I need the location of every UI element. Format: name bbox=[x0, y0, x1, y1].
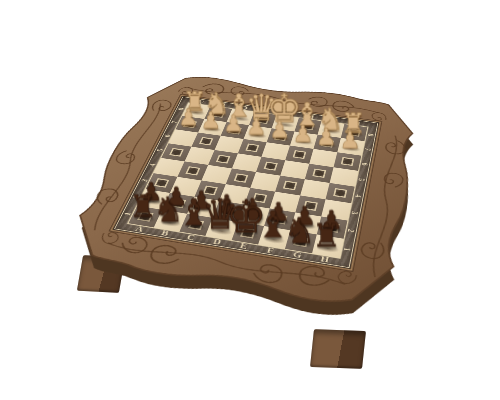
piece-black-rook-h1: ♜ bbox=[300, 220, 353, 252]
chess-table-scene: AABBCCDDEEFFGGHH1122334455667788 ♜♞♝♛♚♝♞… bbox=[0, 0, 500, 400]
square-inlay bbox=[264, 162, 278, 171]
square-inlay bbox=[169, 148, 184, 157]
product-photo-stage: AABBCCDDEEFFGGHH1122334455667788 ♜♞♝♛♚♝♞… bbox=[0, 0, 500, 400]
square-inlay bbox=[245, 143, 259, 152]
board-3d: AABBCCDDEEFFGGHH1122334455667788 ♜♞♝♛♚♝♞… bbox=[41, 67, 429, 321]
square-inlay bbox=[341, 157, 354, 166]
square-inlay bbox=[199, 137, 213, 145]
square-inlay bbox=[293, 150, 307, 159]
square-inlay bbox=[216, 155, 230, 164]
